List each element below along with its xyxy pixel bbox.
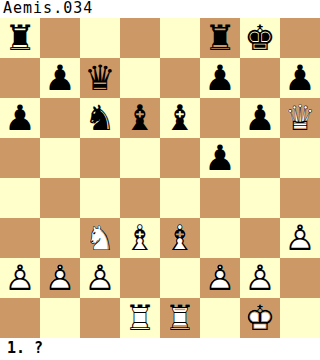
piece-glyph: ♟	[40, 58, 80, 98]
piece-glyph: ♟	[200, 138, 240, 178]
square-h6: ♛♕	[280, 98, 320, 138]
black-pawn: ♟	[0, 98, 40, 138]
square-e7	[160, 58, 200, 98]
square-e8	[160, 18, 200, 58]
square-c3: ♞♘	[80, 218, 120, 258]
white-pawn: ♟♙	[240, 258, 280, 298]
white-bishop: ♝♗	[120, 218, 160, 258]
chess-board: ♜♜♚♟♛♟♟♟♞♝♝♟♛♕♟♞♘♝♗♝♗♟♙♟♙♟♙♟♙♟♙♟♙♜♖♜♖♚♔	[0, 18, 320, 338]
piece-glyph: ♟	[240, 98, 280, 138]
square-c4	[80, 178, 120, 218]
square-f2: ♟♙	[200, 258, 240, 298]
piece-glyph: ♚	[240, 18, 280, 58]
piece-glyph: ♜	[0, 18, 40, 58]
square-h1	[280, 298, 320, 338]
black-knight: ♞	[80, 98, 120, 138]
square-d7	[120, 58, 160, 98]
piece-outline: ♘	[80, 218, 120, 258]
square-g8: ♚	[240, 18, 280, 58]
square-d1: ♜♖	[120, 298, 160, 338]
square-c8	[80, 18, 120, 58]
piece-outline: ♙	[200, 258, 240, 298]
square-c7: ♛	[80, 58, 120, 98]
square-c2: ♟♙	[80, 258, 120, 298]
piece-glyph: ♞	[80, 98, 120, 138]
black-pawn: ♟	[200, 138, 240, 178]
black-bishop: ♝	[160, 98, 200, 138]
black-pawn: ♟	[200, 58, 240, 98]
white-pawn: ♟♙	[40, 258, 80, 298]
square-e5	[160, 138, 200, 178]
square-a7	[0, 58, 40, 98]
white-rook: ♜♖	[160, 298, 200, 338]
square-h5	[280, 138, 320, 178]
square-f7: ♟	[200, 58, 240, 98]
white-pawn: ♟♙	[200, 258, 240, 298]
square-a1	[0, 298, 40, 338]
black-pawn: ♟	[280, 58, 320, 98]
white-knight: ♞♘	[80, 218, 120, 258]
black-pawn: ♟	[240, 98, 280, 138]
move-prompt: 1. ?	[0, 338, 320, 360]
square-f4	[200, 178, 240, 218]
square-e6: ♝	[160, 98, 200, 138]
square-e4	[160, 178, 200, 218]
piece-outline: ♖	[120, 298, 160, 338]
square-d2	[120, 258, 160, 298]
square-f1	[200, 298, 240, 338]
piece-outline: ♙	[80, 258, 120, 298]
white-bishop: ♝♗	[160, 218, 200, 258]
square-g3	[240, 218, 280, 258]
square-d6: ♝	[120, 98, 160, 138]
piece-outline: ♙	[240, 258, 280, 298]
square-h8	[280, 18, 320, 58]
white-king: ♚♔	[240, 298, 280, 338]
square-c5	[80, 138, 120, 178]
square-g4	[240, 178, 280, 218]
square-a8: ♜	[0, 18, 40, 58]
square-g6: ♟	[240, 98, 280, 138]
square-h2	[280, 258, 320, 298]
square-e2	[160, 258, 200, 298]
piece-glyph: ♟	[280, 58, 320, 98]
square-g2: ♟♙	[240, 258, 280, 298]
square-h4	[280, 178, 320, 218]
square-b5	[40, 138, 80, 178]
square-f5: ♟	[200, 138, 240, 178]
square-g5	[240, 138, 280, 178]
black-king: ♚	[240, 18, 280, 58]
square-a6: ♟	[0, 98, 40, 138]
square-b8	[40, 18, 80, 58]
black-bishop: ♝	[120, 98, 160, 138]
square-d8	[120, 18, 160, 58]
piece-glyph: ♟	[200, 58, 240, 98]
white-pawn: ♟♙	[280, 218, 320, 258]
square-h7: ♟	[280, 58, 320, 98]
piece-outline: ♔	[240, 298, 280, 338]
black-rook: ♜	[0, 18, 40, 58]
square-e1: ♜♖	[160, 298, 200, 338]
square-f6	[200, 98, 240, 138]
square-a3	[0, 218, 40, 258]
square-d4	[120, 178, 160, 218]
square-g7	[240, 58, 280, 98]
piece-glyph: ♟	[0, 98, 40, 138]
white-queen: ♛♕	[280, 98, 320, 138]
piece-outline: ♖	[160, 298, 200, 338]
square-d3: ♝♗	[120, 218, 160, 258]
piece-outline: ♙	[0, 258, 40, 298]
piece-outline: ♗	[120, 218, 160, 258]
square-b7: ♟	[40, 58, 80, 98]
black-pawn: ♟	[40, 58, 80, 98]
piece-outline: ♙	[40, 258, 80, 298]
square-a2: ♟♙	[0, 258, 40, 298]
square-d5	[120, 138, 160, 178]
square-a5	[0, 138, 40, 178]
white-pawn: ♟♙	[0, 258, 40, 298]
piece-glyph: ♛	[80, 58, 120, 98]
piece-glyph: ♝	[160, 98, 200, 138]
page-title: Aemis.034	[0, 0, 320, 18]
black-queen: ♛	[80, 58, 120, 98]
square-a4	[0, 178, 40, 218]
piece-glyph: ♜	[200, 18, 240, 58]
square-f8: ♜	[200, 18, 240, 58]
square-h3: ♟♙	[280, 218, 320, 258]
piece-glyph: ♝	[120, 98, 160, 138]
square-e3: ♝♗	[160, 218, 200, 258]
square-b1	[40, 298, 80, 338]
square-c6: ♞	[80, 98, 120, 138]
square-g1: ♚♔	[240, 298, 280, 338]
square-f3	[200, 218, 240, 258]
black-rook: ♜	[200, 18, 240, 58]
white-rook: ♜♖	[120, 298, 160, 338]
square-b2: ♟♙	[40, 258, 80, 298]
piece-outline: ♙	[280, 218, 320, 258]
square-b6	[40, 98, 80, 138]
white-pawn: ♟♙	[80, 258, 120, 298]
piece-outline: ♗	[160, 218, 200, 258]
square-c1	[80, 298, 120, 338]
square-b4	[40, 178, 80, 218]
square-b3	[40, 218, 80, 258]
piece-outline: ♕	[280, 98, 320, 138]
